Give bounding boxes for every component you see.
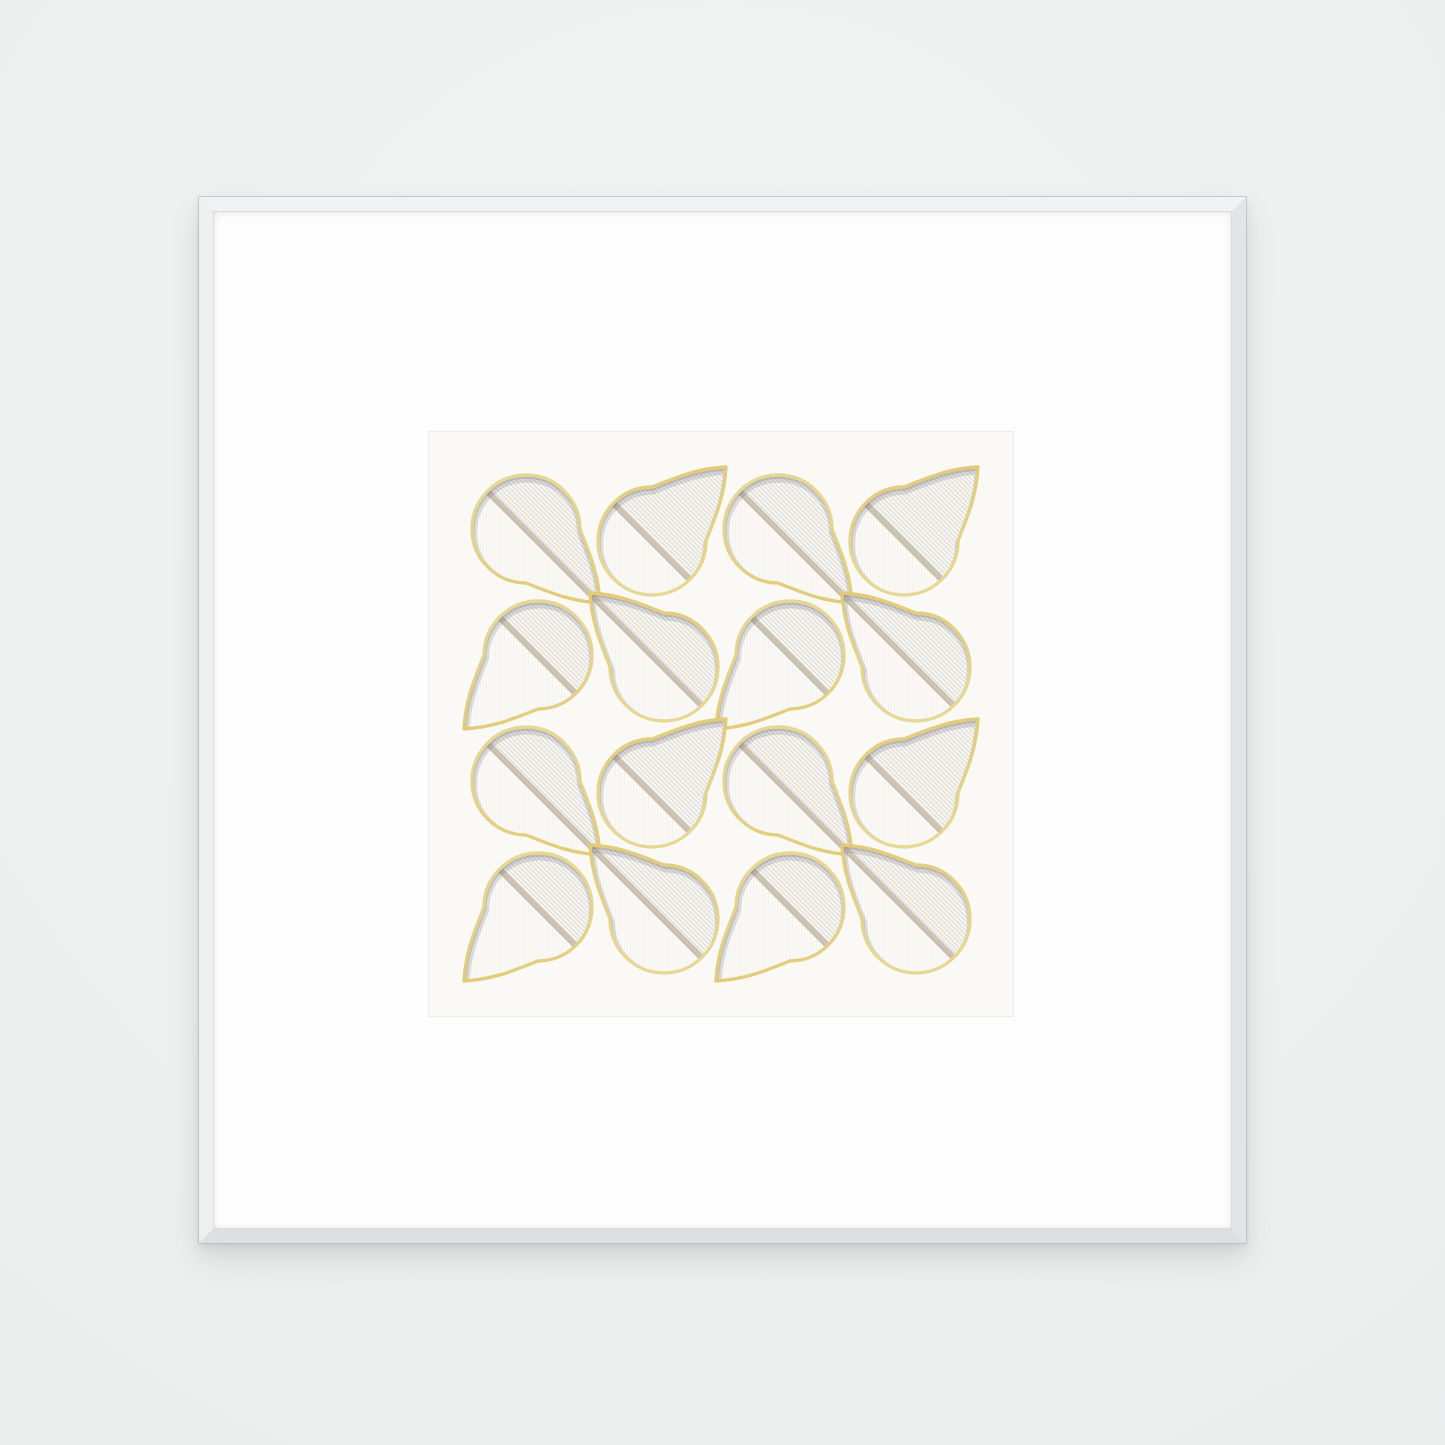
photo-backdrop-wall (0, 0, 1445, 1445)
mat-board (213, 211, 1232, 1229)
mat-opening (429, 432, 1013, 1016)
paper-cut-artwork (429, 432, 1013, 1016)
picture-frame (199, 197, 1246, 1243)
